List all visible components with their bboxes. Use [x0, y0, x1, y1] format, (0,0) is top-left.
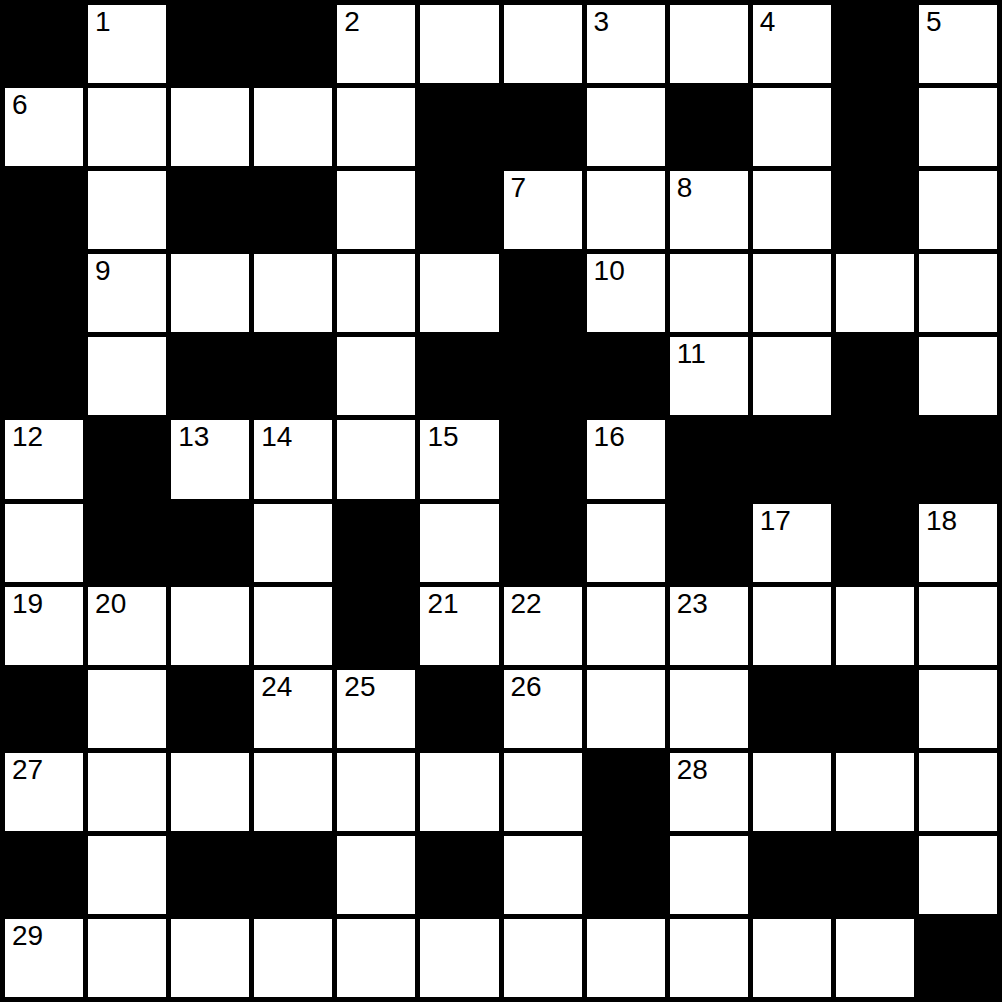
crossword-cell-r0c5[interactable]	[420, 5, 498, 83]
clue-number-10: 10	[594, 254, 625, 288]
crossword-cell-r0c11[interactable]: 5	[919, 5, 997, 83]
blocked-cell-r0c3	[254, 5, 332, 83]
clue-number-18: 18	[926, 504, 957, 538]
crossword-cell-r6c7[interactable]	[587, 504, 665, 582]
crossword-cell-r11c4[interactable]	[337, 919, 415, 997]
crossword-cell-r2c11[interactable]	[919, 171, 997, 249]
blocked-cell-r10c10	[836, 836, 914, 914]
crossword-cell-r0c9[interactable]: 4	[753, 5, 831, 83]
crossword-cell-r2c9[interactable]	[753, 171, 831, 249]
crossword-cell-r6c0[interactable]	[5, 504, 83, 582]
crossword-cell-r6c11[interactable]: 18	[919, 504, 997, 582]
crossword-cell-r2c6[interactable]: 7	[504, 171, 582, 249]
crossword-cell-r0c1[interactable]: 1	[88, 5, 166, 83]
blocked-cell-r6c8	[670, 504, 748, 582]
blocked-cell-r4c10	[836, 337, 914, 415]
crossword-board: 1234567891011121314151617181920212223242…	[0, 0, 1002, 1002]
crossword-cell-r8c7[interactable]	[587, 670, 665, 748]
crossword-cell-r6c5[interactable]	[420, 504, 498, 582]
clue-number-14: 14	[261, 420, 292, 454]
blocked-cell-r0c10	[836, 5, 914, 83]
crossword-cell-r3c2[interactable]	[171, 254, 249, 332]
crossword-cell-r9c4[interactable]	[337, 753, 415, 831]
crossword-cell-r3c7[interactable]: 10	[587, 254, 665, 332]
crossword-cell-r5c2[interactable]: 13	[171, 420, 249, 498]
crossword-cell-r8c4[interactable]: 25	[337, 670, 415, 748]
crossword-cell-r2c1[interactable]	[88, 171, 166, 249]
blocked-cell-r8c10	[836, 670, 914, 748]
crossword-cell-r8c11[interactable]	[919, 670, 997, 748]
crossword-cell-r3c4[interactable]	[337, 254, 415, 332]
crossword-cell-r7c11[interactable]	[919, 587, 997, 665]
crossword-cell-r9c10[interactable]	[836, 753, 914, 831]
clue-number-17: 17	[760, 504, 791, 538]
blocked-cell-r9c7	[587, 753, 665, 831]
crossword-cell-r9c5[interactable]	[420, 753, 498, 831]
crossword-cell-r5c5[interactable]: 15	[420, 420, 498, 498]
crossword-cell-r9c3[interactable]	[254, 753, 332, 831]
crossword-cell-r11c5[interactable]	[420, 919, 498, 997]
crossword-cell-r0c7[interactable]: 3	[587, 5, 665, 83]
blocked-cell-r2c0	[5, 171, 83, 249]
blocked-cell-r8c0	[5, 670, 83, 748]
blocked-cell-r3c0	[5, 254, 83, 332]
crossword-cell-r11c0[interactable]: 29	[5, 919, 83, 997]
crossword-cell-r6c3[interactable]	[254, 504, 332, 582]
blocked-cell-r5c9	[753, 420, 831, 498]
crossword-cell-r5c0[interactable]: 12	[5, 420, 83, 498]
crossword-cell-r1c2[interactable]	[171, 88, 249, 166]
crossword-cell-r8c8[interactable]	[670, 670, 748, 748]
crossword-cell-r10c4[interactable]	[337, 836, 415, 914]
blocked-cell-r1c8	[670, 88, 748, 166]
clue-number-29: 29	[12, 919, 43, 953]
crossword-cell-r10c8[interactable]	[670, 836, 748, 914]
crossword-cell-r7c6[interactable]: 22	[504, 587, 582, 665]
blocked-cell-r0c0	[5, 5, 83, 83]
crossword-cell-r3c8[interactable]	[670, 254, 748, 332]
blocked-cell-r10c9	[753, 836, 831, 914]
crossword-cell-r11c9[interactable]	[753, 919, 831, 997]
blocked-cell-r8c5	[420, 670, 498, 748]
crossword-cell-r11c1[interactable]	[88, 919, 166, 997]
clue-number-12: 12	[12, 420, 43, 454]
clue-number-23: 23	[677, 587, 708, 621]
crossword-cell-r3c5[interactable]	[420, 254, 498, 332]
clue-number-9: 9	[95, 254, 111, 288]
crossword-cell-r9c8[interactable]: 28	[670, 753, 748, 831]
crossword-cell-r7c0[interactable]: 19	[5, 587, 83, 665]
clue-number-27: 27	[12, 753, 43, 787]
crossword-cell-r9c2[interactable]	[171, 753, 249, 831]
crossword-cell-r11c3[interactable]	[254, 919, 332, 997]
crossword-cell-r6c9[interactable]: 17	[753, 504, 831, 582]
blocked-cell-r10c3	[254, 836, 332, 914]
crossword-cell-r1c1[interactable]	[88, 88, 166, 166]
crossword-cell-r7c1[interactable]: 20	[88, 587, 166, 665]
blocked-cell-r8c2	[171, 670, 249, 748]
crossword-cell-r7c2[interactable]	[171, 587, 249, 665]
clue-number-21: 21	[427, 587, 458, 621]
crossword-cell-r9c6[interactable]	[504, 753, 582, 831]
blocked-cell-r4c0	[5, 337, 83, 415]
clue-number-15: 15	[427, 420, 458, 454]
crossword-cell-r0c8[interactable]	[670, 5, 748, 83]
blocked-cell-r8c9	[753, 670, 831, 748]
clue-number-4: 4	[760, 5, 776, 39]
crossword-cell-r3c11[interactable]	[919, 254, 997, 332]
blocked-cell-r2c3	[254, 171, 332, 249]
crossword-cell-r4c8[interactable]: 11	[670, 337, 748, 415]
crossword-cell-r11c10[interactable]	[836, 919, 914, 997]
blocked-cell-r7c4	[337, 587, 415, 665]
crossword-cell-r1c11[interactable]	[919, 88, 997, 166]
crossword-cell-r3c3[interactable]	[254, 254, 332, 332]
crossword-cell-r2c8[interactable]: 8	[670, 171, 748, 249]
blocked-cell-r4c6	[504, 337, 582, 415]
crossword-cell-r7c10[interactable]	[836, 587, 914, 665]
clue-number-22: 22	[511, 587, 542, 621]
blocked-cell-r4c5	[420, 337, 498, 415]
clue-number-6: 6	[12, 88, 28, 122]
crossword-cell-r9c9[interactable]	[753, 753, 831, 831]
crossword-cell-r5c4[interactable]	[337, 420, 415, 498]
crossword-cell-r4c9[interactable]	[753, 337, 831, 415]
crossword-cell-r0c6[interactable]	[504, 5, 582, 83]
crossword-cell-r7c9[interactable]	[753, 587, 831, 665]
crossword-cell-r3c10[interactable]	[836, 254, 914, 332]
crossword-cell-r10c6[interactable]	[504, 836, 582, 914]
crossword-cell-r8c6[interactable]: 26	[504, 670, 582, 748]
crossword-cell-r2c4[interactable]	[337, 171, 415, 249]
blocked-cell-r6c4	[337, 504, 415, 582]
crossword-cell-r7c3[interactable]	[254, 587, 332, 665]
crossword-cell-r9c11[interactable]	[919, 753, 997, 831]
blocked-cell-r10c7	[587, 836, 665, 914]
crossword-cell-r3c1[interactable]: 9	[88, 254, 166, 332]
blocked-cell-r2c5	[420, 171, 498, 249]
clue-number-3: 3	[594, 5, 610, 39]
crossword-cell-r10c11[interactable]	[919, 836, 997, 914]
crossword-cell-r8c3[interactable]: 24	[254, 670, 332, 748]
blocked-cell-r2c2	[171, 171, 249, 249]
blocked-cell-r4c3	[254, 337, 332, 415]
crossword-cell-r11c7[interactable]	[587, 919, 665, 997]
blocked-cell-r6c2	[171, 504, 249, 582]
clue-number-26: 26	[511, 670, 542, 704]
crossword-cell-r5c7[interactable]: 16	[587, 420, 665, 498]
crossword-cell-r0c4[interactable]: 2	[337, 5, 415, 83]
clue-number-2: 2	[344, 5, 360, 39]
blocked-cell-r10c5	[420, 836, 498, 914]
blocked-cell-r0c2	[171, 5, 249, 83]
crossword-cell-r8c1[interactable]	[88, 670, 166, 748]
clue-number-24: 24	[261, 670, 292, 704]
blocked-cell-r10c0	[5, 836, 83, 914]
clue-number-13: 13	[178, 420, 209, 454]
blocked-cell-r4c2	[171, 337, 249, 415]
crossword-cell-r7c5[interactable]: 21	[420, 587, 498, 665]
blocked-cell-r5c8	[670, 420, 748, 498]
blocked-cell-r6c1	[88, 504, 166, 582]
crossword-cell-r11c6[interactable]	[504, 919, 582, 997]
crossword-cell-r5c3[interactable]: 14	[254, 420, 332, 498]
blocked-cell-r1c5	[420, 88, 498, 166]
blocked-cell-r11c11	[919, 919, 997, 997]
crossword-cell-r4c1[interactable]	[88, 337, 166, 415]
crossword-cell-r2c7[interactable]	[587, 171, 665, 249]
blocked-cell-r10c2	[171, 836, 249, 914]
blocked-cell-r5c1	[88, 420, 166, 498]
blocked-cell-r6c10	[836, 504, 914, 582]
clue-number-1: 1	[95, 5, 111, 39]
crossword-cell-r4c11[interactable]	[919, 337, 997, 415]
crossword-cell-r11c2[interactable]	[171, 919, 249, 997]
crossword-cell-r1c7[interactable]	[587, 88, 665, 166]
clue-number-5: 5	[926, 5, 942, 39]
clue-number-20: 20	[95, 587, 126, 621]
crossword-cell-r1c9[interactable]	[753, 88, 831, 166]
clue-number-11: 11	[677, 337, 706, 371]
crossword-cell-r7c7[interactable]	[587, 587, 665, 665]
crossword-cell-r1c3[interactable]	[254, 88, 332, 166]
clue-number-25: 25	[344, 670, 375, 704]
clue-number-19: 19	[12, 587, 43, 621]
blocked-cell-r5c11	[919, 420, 997, 498]
crossword-cell-r1c4[interactable]	[337, 88, 415, 166]
blocked-cell-r1c10	[836, 88, 914, 166]
clue-number-16: 16	[594, 420, 625, 454]
crossword-cell-r9c0[interactable]: 27	[5, 753, 83, 831]
crossword-cell-r1c0[interactable]: 6	[5, 88, 83, 166]
blocked-cell-r1c6	[504, 88, 582, 166]
blocked-cell-r5c10	[836, 420, 914, 498]
blocked-cell-r3c6	[504, 254, 582, 332]
crossword-cell-r4c4[interactable]	[337, 337, 415, 415]
clue-number-8: 8	[677, 171, 693, 205]
crossword-cell-r11c8[interactable]	[670, 919, 748, 997]
blocked-cell-r6c6	[504, 504, 582, 582]
clue-number-7: 7	[511, 171, 527, 205]
crossword-cell-r7c8[interactable]: 23	[670, 587, 748, 665]
crossword-cell-r10c1[interactable]	[88, 836, 166, 914]
blocked-cell-r4c7	[587, 337, 665, 415]
crossword-cell-r9c1[interactable]	[88, 753, 166, 831]
blocked-cell-r5c6	[504, 420, 582, 498]
crossword-cell-r3c9[interactable]	[753, 254, 831, 332]
clue-number-28: 28	[677, 753, 708, 787]
blocked-cell-r2c10	[836, 171, 914, 249]
